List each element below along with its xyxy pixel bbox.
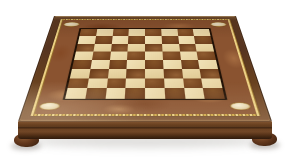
square-e2: [145, 78, 164, 88]
square-d4: [127, 60, 145, 69]
square-a2: [68, 78, 89, 88]
square-g2: [183, 78, 203, 88]
square-e7: [145, 36, 162, 44]
square-d2: [126, 78, 145, 88]
square-e8: [145, 29, 161, 36]
square-h8: [193, 29, 211, 36]
square-c6: [110, 44, 128, 52]
square-d1: [125, 88, 145, 99]
square-f6: [162, 44, 180, 52]
product-photo-scene: [0, 0, 290, 158]
square-h3: [200, 69, 220, 78]
square-c7: [111, 36, 128, 44]
square-g5: [180, 52, 199, 60]
square-h5: [197, 52, 216, 60]
square-b7: [95, 36, 113, 44]
square-f2: [164, 78, 184, 88]
square-e4: [145, 60, 163, 69]
corner-medallion-top-right: [210, 22, 227, 27]
chessboard-grid: [65, 29, 225, 99]
board-top-surface: [18, 16, 272, 122]
square-g4: [181, 60, 200, 69]
square-e1: [145, 88, 165, 99]
square-g8: [177, 29, 194, 36]
square-c8: [112, 29, 129, 36]
square-f3: [163, 69, 182, 78]
square-a3: [70, 69, 90, 78]
square-c5: [110, 52, 128, 60]
square-f4: [163, 60, 182, 69]
square-b2: [87, 78, 107, 88]
square-b5: [92, 52, 111, 60]
square-a1: [65, 88, 87, 99]
chessboard: [0, 0, 290, 158]
square-a6: [76, 44, 95, 52]
square-e6: [145, 44, 162, 52]
square-d6: [128, 44, 145, 52]
square-g6: [179, 44, 197, 52]
square-d5: [127, 52, 145, 60]
square-b1: [85, 88, 106, 99]
square-h6: [195, 44, 214, 52]
square-h4: [198, 60, 218, 69]
square-h2: [201, 78, 222, 88]
square-d7: [128, 36, 145, 44]
square-c3: [107, 69, 126, 78]
square-a4: [72, 60, 92, 69]
square-b4: [90, 60, 109, 69]
square-e3: [145, 69, 164, 78]
square-h7: [194, 36, 212, 44]
square-a8: [79, 29, 97, 36]
square-d3: [126, 69, 145, 78]
square-g1: [184, 88, 205, 99]
square-b6: [93, 44, 111, 52]
square-c4: [108, 60, 127, 69]
square-a5: [74, 52, 93, 60]
square-e5: [145, 52, 163, 60]
square-f5: [162, 52, 180, 60]
square-g7: [178, 36, 196, 44]
square-b8: [96, 29, 113, 36]
square-g3: [182, 69, 202, 78]
square-c1: [105, 88, 126, 99]
square-f7: [161, 36, 178, 44]
square-f1: [164, 88, 185, 99]
square-h1: [203, 88, 225, 99]
square-c2: [106, 78, 126, 88]
square-a7: [78, 36, 96, 44]
square-b3: [89, 69, 109, 78]
square-d8: [129, 29, 145, 36]
square-f8: [161, 29, 178, 36]
